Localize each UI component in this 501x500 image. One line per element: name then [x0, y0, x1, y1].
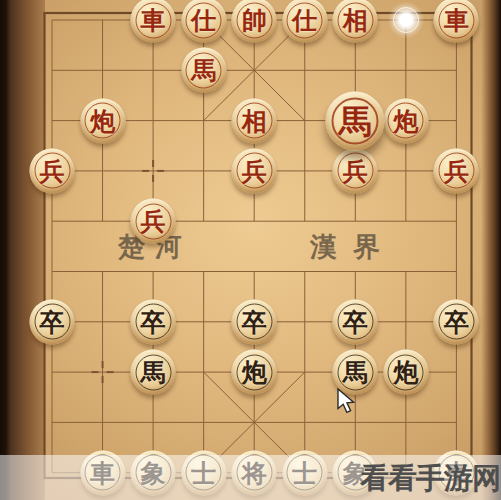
piece-character: 卒	[141, 309, 166, 334]
piece-red-pawn[interactable]: 兵	[30, 148, 75, 193]
piece-red-pawn[interactable]: 兵	[232, 148, 277, 193]
mouse-cursor-icon	[337, 388, 359, 416]
piece-character: 相	[242, 108, 267, 133]
piece-black-pawn[interactable]: 卒	[232, 299, 277, 344]
piece-character: 馬	[343, 360, 368, 385]
piece-red-cannon[interactable]: 炮	[80, 98, 125, 143]
piece-black-pawn[interactable]: 卒	[333, 299, 378, 344]
piece-character: 卒	[343, 309, 368, 334]
piece-black-pawn[interactable]: 卒	[30, 299, 75, 344]
piece-character: 兵	[40, 158, 65, 183]
piece-black-cannon[interactable]: 炮	[383, 350, 428, 395]
piece-character: 仕	[191, 8, 216, 33]
piece-character: 卒	[444, 309, 469, 334]
piece-character: 相	[343, 8, 368, 33]
piece-character: 兵	[343, 158, 368, 183]
piece-character: 車	[141, 8, 166, 33]
watermark-text: 看看手游网	[360, 459, 500, 499]
board-grid	[0, 0, 501, 500]
river-label-han-jie: 漢界	[310, 229, 396, 265]
piece-character: 炮	[90, 108, 115, 133]
piece-black-horse[interactable]: 馬	[131, 350, 176, 395]
piece-character: 馬	[191, 58, 216, 83]
piece-character: 帥	[242, 8, 267, 33]
piece-black-cannon[interactable]: 炮	[232, 350, 277, 395]
move-origin-highlight	[388, 2, 424, 38]
piece-character: 馬	[141, 360, 166, 385]
piece-character: 兵	[444, 158, 469, 183]
xiangqi-board-screen: 楚河 漢界 車仕帥仕相車馬炮相馬炮兵兵兵兵兵卒卒卒卒卒馬炮馬炮車象士将士象車 看…	[0, 0, 501, 500]
piece-red-cannon[interactable]: 炮	[383, 98, 428, 143]
piece-character: 兵	[141, 209, 166, 234]
piece-character: 卒	[242, 309, 267, 334]
piece-character: 卒	[40, 309, 65, 334]
piece-character: 炮	[393, 108, 418, 133]
piece-character: 仕	[292, 8, 317, 33]
piece-character: 兵	[242, 158, 267, 183]
piece-character: 車	[444, 8, 469, 33]
piece-character: 炮	[242, 360, 267, 385]
piece-character: 炮	[393, 360, 418, 385]
piece-character: 馬	[339, 104, 372, 137]
piece-red-pawn[interactable]: 兵	[333, 148, 378, 193]
piece-red-horse[interactable]: 馬	[326, 91, 385, 150]
piece-red-pawn[interactable]: 兵	[131, 199, 176, 244]
piece-black-pawn[interactable]: 卒	[131, 299, 176, 344]
piece-red-horse[interactable]: 馬	[181, 48, 226, 93]
piece-red-pawn[interactable]: 兵	[434, 148, 479, 193]
piece-black-pawn[interactable]: 卒	[434, 299, 479, 344]
piece-red-elephant[interactable]: 相	[232, 98, 277, 143]
